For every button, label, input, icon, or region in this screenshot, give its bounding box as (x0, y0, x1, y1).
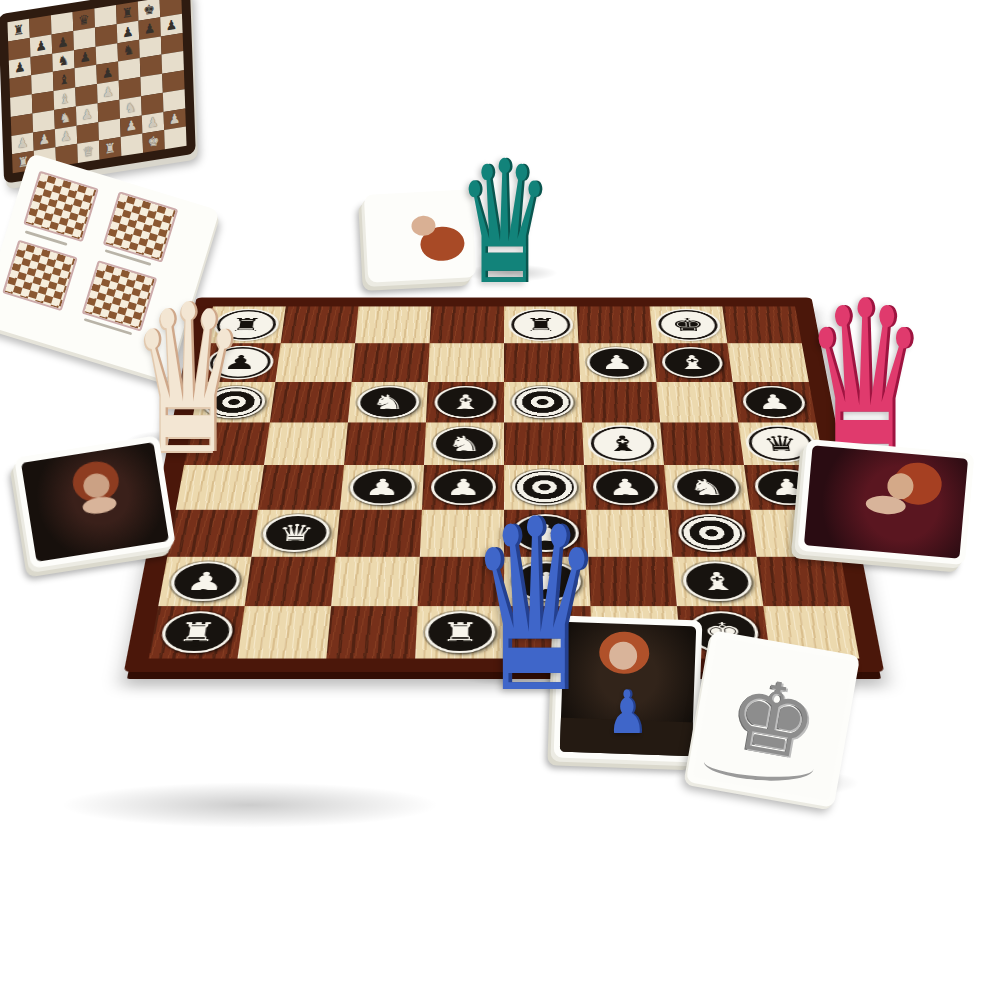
knight-token[interactable]: ♞3 (672, 469, 741, 505)
square-r2c5[interactable] (504, 343, 580, 382)
token-value: 3 (435, 449, 493, 456)
square-r4c4[interactable]: ♞3 (424, 422, 504, 465)
pawn-print: ♟ (38, 132, 50, 147)
pawn-token[interactable]: ♟3 (586, 347, 648, 378)
square-r1c6[interactable] (577, 306, 653, 343)
puzzle-diagram-1 (23, 171, 99, 242)
pawn-print: ♟ (125, 119, 137, 134)
square-r6c2[interactable]: ♛7 (251, 510, 339, 557)
square-r1c2[interactable] (281, 306, 359, 343)
square-r1c7[interactable]: ♚8 (650, 306, 728, 343)
square-r1c5[interactable]: ♜5 (504, 306, 578, 343)
queen-print: ♛ (82, 144, 94, 159)
square-r7c8[interactable] (757, 557, 850, 607)
pawn-print: ♟ (17, 136, 29, 151)
mats-shadow (60, 782, 440, 828)
square-r6c7[interactable] (668, 510, 756, 557)
card-deck-left[interactable] (14, 435, 176, 568)
puzzle-diagram-3 (2, 240, 78, 311)
square-r2c2[interactable] (275, 343, 355, 382)
square-r4c7[interactable] (660, 422, 744, 465)
card-photo (21, 442, 169, 562)
bishop-token[interactable]: ♝3 (681, 562, 754, 602)
square-r8c1[interactable]: ♜5 (149, 606, 245, 658)
pawn-glyph: ♟ (608, 682, 647, 742)
token-value: 3 (594, 449, 652, 456)
knight-print: ♞ (123, 43, 135, 58)
square-r7c1[interactable]: ♟3 (158, 557, 251, 607)
bishop-print: ♝ (58, 72, 70, 87)
token-value: 3 (666, 368, 722, 374)
king-illustration-card[interactable]: ♚ (686, 630, 860, 808)
knight-print: ♞ (57, 53, 69, 68)
rook-print: ♜ (121, 5, 133, 20)
square-r7c3[interactable] (331, 557, 420, 607)
square-r3c2[interactable] (270, 382, 352, 423)
rook-print: ♜ (104, 141, 116, 156)
square-r2c4[interactable] (428, 343, 504, 382)
queen-token[interactable]: ♛7 (261, 514, 332, 552)
square-r3c7[interactable] (656, 382, 738, 423)
square-r3c3[interactable]: ♞3 (348, 382, 428, 423)
pawn-print: ♟ (81, 107, 93, 122)
square-r8c2[interactable] (238, 606, 332, 658)
token-value: 3 (352, 493, 412, 500)
token-value: 7 (264, 539, 325, 547)
pawn-print: ♟ (60, 129, 72, 144)
knight-token[interactable]: ♞3 (356, 386, 420, 418)
pawn-print: ♟ (165, 17, 177, 32)
square-r4c5[interactable] (504, 422, 584, 465)
queen-glyph: ♛ (469, 488, 601, 726)
square-r4c3[interactable] (344, 422, 426, 465)
mini-square: ♛ (77, 141, 99, 163)
pawn-print: ♟ (14, 60, 26, 75)
queen-glyph: ♛ (457, 138, 551, 308)
square-r6c3[interactable] (336, 510, 422, 557)
square-r3c4[interactable]: ♝3 (426, 382, 504, 423)
pawn-print: ♟ (35, 38, 47, 53)
square-r3c5[interactable] (504, 382, 582, 423)
square-r1c3[interactable] (355, 306, 431, 343)
king-print: ♚ (143, 2, 155, 17)
square-r6c1[interactable] (167, 510, 258, 557)
square-r3c6[interactable] (580, 382, 660, 423)
square-r2c6[interactable]: ♟3 (578, 343, 656, 382)
square-r4c6[interactable]: ♝3 (582, 422, 664, 465)
pawn-print: ♟ (102, 84, 114, 99)
token-value: 3 (172, 588, 236, 596)
mini-square: ♚ (142, 130, 164, 152)
token-value: 3 (437, 408, 493, 415)
mini-square (121, 134, 143, 156)
pawn-print: ♟ (57, 35, 69, 50)
blue-pawn-piece[interactable]: ♟ (600, 682, 654, 742)
token-value: 3 (687, 588, 750, 596)
card-deck-right[interactable] (797, 439, 974, 565)
card-photo (804, 445, 968, 558)
mini-square (164, 127, 186, 149)
queen-print: ♛ (78, 12, 90, 27)
token-value: 3 (359, 408, 416, 415)
mini-chessboard-mat[interactable]: ♜♛♜♚♟♟♟♟♟♟♞♟♞♝♟♝♟♞♟♞♟♟♟♟♟♟♜♛♜♚ (0, 0, 196, 184)
king-print: ♚ (148, 134, 160, 149)
pawn-token[interactable]: ♟3 (349, 469, 416, 505)
mini-square: ♜ (99, 137, 121, 159)
token-value: 3 (678, 493, 738, 500)
square-r5c3[interactable]: ♟3 (340, 465, 424, 510)
target-token[interactable] (677, 514, 748, 552)
pawn-print: ♟ (147, 115, 159, 130)
square-r2c7[interactable]: ♝3 (653, 343, 733, 382)
pawn-print: ♟ (79, 50, 91, 65)
bishop-token[interactable]: ♝3 (590, 427, 656, 461)
target-token[interactable] (512, 386, 574, 418)
bishop-token[interactable]: ♝3 (661, 347, 725, 378)
bishop-print: ♝ (59, 91, 71, 106)
king-token[interactable]: ♚8 (657, 310, 719, 340)
rook-token[interactable]: ♜5 (159, 611, 236, 653)
pawn-token[interactable]: ♟3 (168, 562, 243, 602)
bishop-token[interactable]: ♝3 (434, 386, 496, 418)
pawn-print: ♟ (144, 21, 156, 36)
knight-print: ♞ (59, 110, 71, 125)
pawn-print: ♟ (102, 65, 114, 80)
square-r5c7[interactable]: ♞3 (664, 465, 750, 510)
rook-print: ♜ (13, 23, 25, 38)
teal-queen-piece[interactable]: ♛ (428, 138, 580, 308)
square-r1c4[interactable] (430, 306, 504, 343)
pawn-print: ♟ (169, 112, 181, 127)
knight-token[interactable]: ♞3 (432, 427, 496, 461)
square-r2c3[interactable] (352, 343, 430, 382)
token-value: 5 (163, 639, 228, 648)
pawn-print: ♟ (122, 24, 134, 39)
card-art: ♚ (693, 637, 854, 801)
square-r8c3[interactable] (326, 606, 417, 658)
square-r7c2[interactable] (245, 557, 336, 607)
square-r7c7[interactable]: ♝3 (672, 557, 763, 607)
knight-print: ♞ (125, 100, 137, 115)
rook-token[interactable]: ♜5 (511, 310, 571, 340)
token-value: 5 (514, 330, 568, 336)
token-value: 8 (662, 330, 716, 336)
token-value: 3 (590, 368, 645, 374)
mini-board-grid: ♜♛♜♚♟♟♟♟♟♟♞♟♞♝♟♝♟♞♟♞♟♟♟♟♟♟♜♛♜♚ (7, 0, 186, 173)
